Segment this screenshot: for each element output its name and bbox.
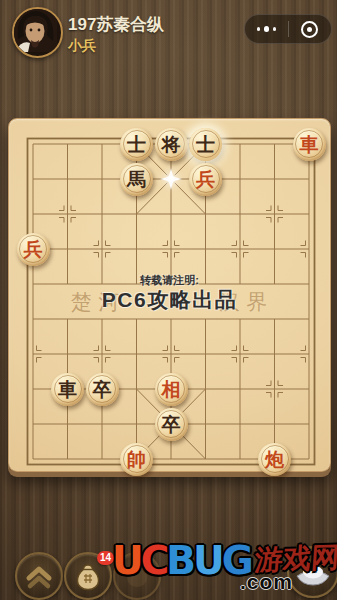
move-highlight-sparkle bbox=[156, 164, 186, 194]
xiangqi-board[interactable]: 楚 河汉 界 转载请注明: PC6攻略出品 士将士車馬兵兵車卒相卒帥炮 bbox=[8, 118, 331, 472]
piece-char: 車 bbox=[58, 380, 77, 399]
piece-red-chariot[interactable]: 車 bbox=[293, 128, 326, 161]
piece-red-soldier[interactable]: 兵 bbox=[17, 233, 50, 266]
piece-char: 車 bbox=[300, 135, 319, 154]
piece-red-elephant[interactable]: 相 bbox=[155, 373, 188, 406]
more-button[interactable] bbox=[245, 15, 288, 43]
site-watermark-domain: .com bbox=[240, 570, 293, 594]
exit-circle-icon bbox=[301, 21, 318, 38]
header: 197苏秦合纵 小兵 bbox=[0, 0, 337, 62]
piece-char: 士 bbox=[196, 135, 215, 154]
piece-red-general[interactable]: 帥 bbox=[120, 443, 153, 476]
strategist-portrait-icon bbox=[14, 9, 57, 52]
piece-char: 卒 bbox=[93, 380, 112, 399]
piece-char: 士 bbox=[127, 135, 146, 154]
piece-char: 炮 bbox=[265, 450, 284, 469]
piece-red-cannon[interactable]: 炮 bbox=[258, 443, 291, 476]
piece-black-advisor[interactable]: 士 bbox=[189, 128, 222, 161]
more-dots-icon bbox=[257, 26, 277, 32]
piece-black-horse[interactable]: 馬 bbox=[120, 163, 153, 196]
silver-ingot-icon bbox=[289, 548, 337, 596]
wm-letter: U bbox=[193, 538, 222, 583]
piece-char: 卒 bbox=[162, 415, 181, 434]
piece-black-soldier[interactable]: 卒 bbox=[155, 408, 188, 441]
piece-char: 帥 bbox=[127, 450, 146, 469]
avatar bbox=[12, 7, 63, 58]
miniprogram-capsule bbox=[244, 14, 332, 44]
wm-letter: G bbox=[222, 538, 251, 583]
collapse-button[interactable] bbox=[15, 552, 63, 600]
piece-char: 相 bbox=[162, 380, 181, 399]
coin-pouch-button[interactable]: 14 bbox=[64, 552, 112, 600]
piece-black-chariot[interactable]: 車 bbox=[51, 373, 84, 406]
piece-char: 兵 bbox=[24, 240, 43, 259]
ingot-button[interactable] bbox=[287, 546, 337, 598]
piece-red-soldier[interactable]: 兵 bbox=[189, 163, 222, 196]
piece-char: 馬 bbox=[127, 170, 146, 189]
level-title: 197苏秦合纵 bbox=[68, 13, 164, 36]
double-chevron-up-icon bbox=[17, 554, 61, 598]
app-screen: 197苏秦合纵 小兵 楚 河汉 界 转载请注明: PC6攻略出品 士将士車馬兵兵… bbox=[0, 0, 337, 600]
piece-black-general[interactable]: 将 bbox=[155, 128, 188, 161]
exit-button[interactable] bbox=[289, 15, 332, 43]
badge-count: 14 bbox=[97, 551, 114, 565]
piece-char: 兵 bbox=[196, 170, 215, 189]
faint-item-icon bbox=[115, 554, 159, 598]
piece-black-advisor[interactable]: 士 bbox=[120, 128, 153, 161]
pieces-layer: 士将士車馬兵兵車卒相卒帥炮 bbox=[9, 119, 330, 471]
player-rank-label: 小兵 bbox=[68, 37, 96, 55]
extra-footer-button[interactable] bbox=[113, 552, 161, 600]
wm-letter: B bbox=[166, 538, 193, 583]
piece-black-soldier[interactable]: 卒 bbox=[86, 373, 119, 406]
piece-char: 将 bbox=[162, 135, 181, 154]
